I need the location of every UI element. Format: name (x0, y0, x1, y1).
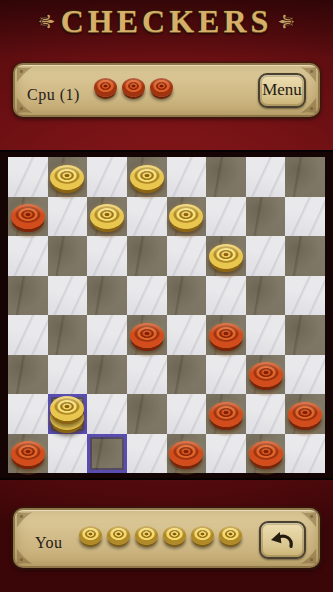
square-22[interactable] (87, 355, 127, 395)
undo-button[interactable] (259, 521, 306, 559)
square-light-r1c3 (127, 197, 167, 237)
square-light-r6c0 (8, 394, 48, 434)
panel-corner-ornament-icon (16, 547, 34, 565)
square-light-r6c6 (246, 394, 286, 434)
square-light-r4c2 (87, 315, 127, 355)
square-32[interactable] (246, 434, 286, 474)
square-light-r7c3 (127, 434, 167, 474)
square-13[interactable] (8, 276, 48, 316)
square-light-r5c3 (127, 355, 167, 395)
square-light-r5c1 (48, 355, 88, 395)
square-light-r0c4 (167, 157, 207, 197)
app-title: CHECKERS (61, 3, 273, 39)
square-light-r3c5 (206, 276, 246, 316)
square-25[interactable] (48, 394, 88, 434)
gold-man-piece[interactable] (168, 198, 204, 234)
square-light-r2c6 (246, 236, 286, 276)
checkers-app: ⚜ CHECKERS ⚜ Cpu (1) Menu You (0, 0, 333, 592)
undo-arrow-icon (268, 528, 298, 552)
square-24[interactable] (246, 355, 286, 395)
red-man-piece[interactable] (10, 198, 46, 234)
square-light-r0c2 (87, 157, 127, 197)
square-light-r6c4 (167, 394, 207, 434)
right-fleur-ornament-icon: ⚜ (275, 12, 300, 31)
menu-button[interactable]: Menu (258, 73, 306, 108)
square-28[interactable] (285, 394, 325, 434)
left-fleur-ornament-icon: ⚜ (33, 12, 58, 31)
square-12[interactable] (285, 236, 325, 276)
square-light-r7c1 (48, 434, 88, 474)
square-30[interactable] (87, 434, 127, 474)
gold-man-piece[interactable] (89, 198, 125, 234)
square-light-r4c0 (8, 315, 48, 355)
captured-red-piece-icon (150, 78, 173, 97)
red-man-piece[interactable] (129, 317, 165, 353)
gold-king-piece[interactable] (49, 396, 85, 432)
square-26[interactable] (127, 394, 167, 434)
square-light-r3c1 (48, 276, 88, 316)
captured-gold-piece-icon (163, 526, 186, 545)
square-light-r4c4 (167, 315, 207, 355)
red-man-piece[interactable] (208, 317, 244, 353)
square-light-r7c5 (206, 434, 246, 474)
square-light-r4c6 (246, 315, 286, 355)
square-4[interactable] (285, 157, 325, 197)
square-9[interactable] (48, 236, 88, 276)
cpu-captured-tray (92, 78, 176, 97)
square-21[interactable] (8, 355, 48, 395)
you-player-bar: You (13, 508, 320, 568)
red-man-piece[interactable] (10, 435, 46, 471)
captured-gold-piece-icon (107, 526, 130, 545)
square-light-r6c2 (87, 394, 127, 434)
gold-man-piece[interactable] (208, 238, 244, 274)
panel-corner-ornament-icon (16, 511, 34, 529)
panel-corner-ornament-icon (16, 66, 34, 84)
square-light-r1c1 (48, 197, 88, 237)
square-29[interactable] (8, 434, 48, 474)
red-man-piece[interactable] (208, 396, 244, 432)
square-11[interactable] (206, 236, 246, 276)
captured-gold-piece-icon (135, 526, 158, 545)
square-light-r2c4 (167, 236, 207, 276)
square-23[interactable] (167, 355, 207, 395)
red-man-piece[interactable] (248, 435, 284, 471)
captured-gold-piece-icon (79, 526, 102, 545)
square-8[interactable] (246, 197, 286, 237)
square-20[interactable] (285, 315, 325, 355)
square-19[interactable] (206, 315, 246, 355)
square-light-r5c5 (206, 355, 246, 395)
checkers-board (8, 157, 325, 473)
square-7[interactable] (167, 197, 207, 237)
square-16[interactable] (246, 276, 286, 316)
square-5[interactable] (8, 197, 48, 237)
captured-red-piece-icon (122, 78, 145, 97)
captured-red-piece-icon (94, 78, 117, 97)
square-light-r2c2 (87, 236, 127, 276)
square-27[interactable] (206, 394, 246, 434)
square-15[interactable] (167, 276, 207, 316)
square-light-r7c7 (285, 434, 325, 474)
square-2[interactable] (127, 157, 167, 197)
you-player-label: You (35, 534, 62, 552)
captured-gold-piece-icon (219, 526, 242, 545)
square-light-r5c7 (285, 355, 325, 395)
you-captured-tray (76, 526, 244, 545)
square-1[interactable] (48, 157, 88, 197)
red-man-piece[interactable] (287, 396, 323, 432)
square-6[interactable] (87, 197, 127, 237)
square-light-r1c7 (285, 197, 325, 237)
red-man-piece[interactable] (168, 435, 204, 471)
square-light-r3c3 (127, 276, 167, 316)
captured-gold-piece-icon (191, 526, 214, 545)
app-title-bar: ⚜ CHECKERS ⚜ (0, 3, 333, 40)
board-frame (0, 150, 333, 480)
square-light-r0c6 (246, 157, 286, 197)
square-18[interactable] (127, 315, 167, 355)
square-31[interactable] (167, 434, 207, 474)
square-light-r2c0 (8, 236, 48, 276)
red-man-piece[interactable] (248, 356, 284, 392)
square-10[interactable] (127, 236, 167, 276)
square-light-r1c5 (206, 197, 246, 237)
square-light-r0c0 (8, 157, 48, 197)
cpu-player-bar: Cpu (1) Menu (13, 63, 320, 117)
gold-man-piece[interactable] (49, 159, 85, 195)
square-light-r3c7 (285, 276, 325, 316)
square-3[interactable] (206, 157, 246, 197)
gold-man-piece[interactable] (129, 159, 165, 195)
square-14[interactable] (87, 276, 127, 316)
square-17[interactable] (48, 315, 88, 355)
cpu-player-label: Cpu (1) (27, 86, 80, 104)
